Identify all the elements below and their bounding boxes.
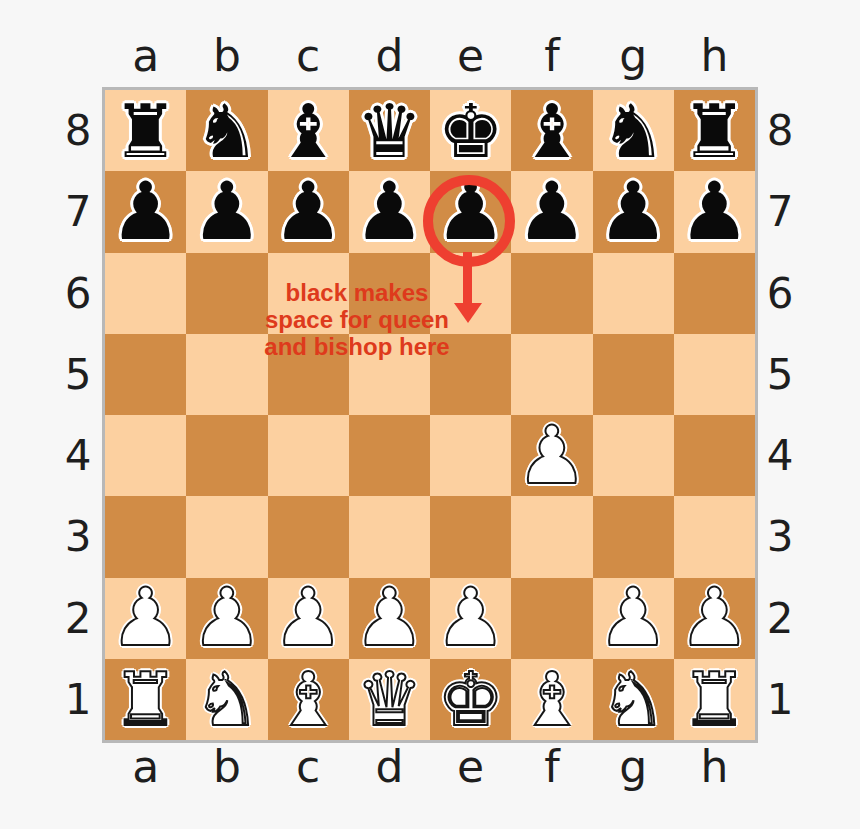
- piece-white-pawn: ♟: [191, 578, 263, 658]
- square-h1[interactable]: ♜: [674, 659, 755, 740]
- square-d7[interactable]: ♟: [349, 171, 430, 252]
- rank-label-1: 1: [65, 675, 92, 724]
- square-b4[interactable]: [186, 415, 267, 496]
- rank-label-6: 6: [767, 269, 794, 318]
- square-g4[interactable]: [593, 415, 674, 496]
- chess-diagram: abcdefgh 87654321 ♜♞♝♛♚♝♞♜♟♟♟♟♟♟♟♟♟♟♟♟♟♟…: [0, 0, 860, 829]
- square-f3[interactable]: [511, 496, 592, 577]
- square-b2[interactable]: ♟: [186, 578, 267, 659]
- file-label-g: g: [619, 741, 647, 792]
- square-g5[interactable]: [593, 334, 674, 415]
- file-label-b: b: [213, 30, 241, 81]
- file-label-h: h: [700, 741, 728, 792]
- rank-label-8: 8: [767, 106, 794, 155]
- chess-board-frame: ♜♞♝♛♚♝♞♜♟♟♟♟♟♟♟♟♟♟♟♟♟♟♟♟♜♞♝♛♚♝♞♜: [102, 87, 758, 743]
- square-d1[interactable]: ♛: [349, 659, 430, 740]
- square-g8[interactable]: ♞: [593, 90, 674, 171]
- chess-board: ♜♞♝♛♚♝♞♜♟♟♟♟♟♟♟♟♟♟♟♟♟♟♟♟♜♞♝♛♚♝♞♜: [105, 90, 755, 740]
- piece-white-knight: ♞: [600, 662, 666, 736]
- piece-black-rook: ♜: [681, 94, 747, 168]
- square-d4[interactable]: [349, 415, 430, 496]
- square-e2[interactable]: ♟: [430, 578, 511, 659]
- annotation-line-2: space for queen: [217, 306, 497, 333]
- square-f7[interactable]: ♟: [511, 171, 592, 252]
- file-labels-top: abcdefgh: [105, 30, 755, 80]
- square-h3[interactable]: [674, 496, 755, 577]
- square-c8[interactable]: ♝: [268, 90, 349, 171]
- square-e4[interactable]: [430, 415, 511, 496]
- piece-black-pawn: ♟: [679, 172, 751, 252]
- square-e1[interactable]: ♚: [430, 659, 511, 740]
- file-labels-bottom: abcdefgh: [105, 741, 755, 791]
- square-a7[interactable]: ♟: [105, 171, 186, 252]
- square-a1[interactable]: ♜: [105, 659, 186, 740]
- piece-white-pawn: ♟: [110, 578, 182, 658]
- piece-black-pawn: ♟: [597, 172, 669, 252]
- square-g7[interactable]: ♟: [593, 171, 674, 252]
- rank-labels-right: 87654321: [758, 90, 802, 740]
- piece-black-queen: ♛: [356, 94, 422, 168]
- piece-black-knight: ♞: [600, 94, 666, 168]
- piece-white-pawn: ♟: [597, 578, 669, 658]
- piece-black-pawn: ♟: [191, 172, 263, 252]
- square-d8[interactable]: ♛: [349, 90, 430, 171]
- square-a4[interactable]: [105, 415, 186, 496]
- file-label-d: d: [375, 741, 403, 792]
- file-label-e: e: [457, 741, 484, 792]
- piece-white-rook: ♜: [681, 662, 747, 736]
- piece-black-rook: ♜: [112, 94, 178, 168]
- square-e3[interactable]: [430, 496, 511, 577]
- square-g3[interactable]: [593, 496, 674, 577]
- rank-label-3: 3: [65, 512, 92, 561]
- square-h7[interactable]: ♟: [674, 171, 755, 252]
- rank-label-7: 7: [767, 187, 794, 236]
- square-c4[interactable]: [268, 415, 349, 496]
- square-c7[interactable]: ♟: [268, 171, 349, 252]
- square-b3[interactable]: [186, 496, 267, 577]
- square-c1[interactable]: ♝: [268, 659, 349, 740]
- square-h5[interactable]: [674, 334, 755, 415]
- rank-label-3: 3: [767, 512, 794, 561]
- square-g2[interactable]: ♟: [593, 578, 674, 659]
- square-c3[interactable]: [268, 496, 349, 577]
- file-label-b: b: [213, 741, 241, 792]
- annotation-line-1: black makes: [217, 279, 497, 306]
- square-b8[interactable]: ♞: [186, 90, 267, 171]
- file-label-d: d: [375, 30, 403, 81]
- piece-white-king: ♚: [437, 662, 503, 736]
- square-f5[interactable]: [511, 334, 592, 415]
- rank-label-4: 4: [767, 431, 794, 480]
- square-b1[interactable]: ♞: [186, 659, 267, 740]
- square-f6[interactable]: [511, 253, 592, 334]
- square-h4[interactable]: [674, 415, 755, 496]
- piece-white-queen: ♛: [356, 662, 422, 736]
- piece-white-bishop: ♝: [275, 662, 341, 736]
- file-label-f: f: [544, 741, 560, 792]
- square-a6[interactable]: [105, 253, 186, 334]
- piece-white-pawn: ♟: [435, 578, 507, 658]
- square-h2[interactable]: ♟: [674, 578, 755, 659]
- square-c2[interactable]: ♟: [268, 578, 349, 659]
- square-f4[interactable]: ♟: [511, 415, 592, 496]
- piece-black-king: ♚: [437, 94, 503, 168]
- square-a2[interactable]: ♟: [105, 578, 186, 659]
- piece-white-pawn: ♟: [679, 578, 751, 658]
- piece-white-pawn: ♟: [272, 578, 344, 658]
- square-g6[interactable]: [593, 253, 674, 334]
- rank-label-7: 7: [65, 187, 92, 236]
- rank-label-8: 8: [65, 106, 92, 155]
- square-a5[interactable]: [105, 334, 186, 415]
- piece-black-pawn: ♟: [516, 172, 588, 252]
- rank-label-2: 2: [65, 594, 92, 643]
- piece-black-pawn: ♟: [354, 172, 426, 252]
- rank-label-5: 5: [65, 350, 92, 399]
- rank-labels-left: 87654321: [56, 90, 100, 740]
- file-label-c: c: [296, 30, 320, 81]
- piece-white-bishop: ♝: [519, 662, 585, 736]
- piece-black-pawn: ♟: [110, 172, 182, 252]
- piece-black-pawn: ♟: [272, 172, 344, 252]
- square-f8[interactable]: ♝: [511, 90, 592, 171]
- square-b7[interactable]: ♟: [186, 171, 267, 252]
- piece-white-pawn: ♟: [516, 416, 588, 496]
- piece-white-pawn: ♟: [354, 578, 426, 658]
- annotation-line-3: and bishop here: [217, 333, 497, 360]
- rank-label-5: 5: [767, 350, 794, 399]
- square-h8[interactable]: ♜: [674, 90, 755, 171]
- file-label-h: h: [700, 30, 728, 81]
- square-a3[interactable]: [105, 496, 186, 577]
- square-g1[interactable]: ♞: [593, 659, 674, 740]
- piece-black-knight: ♞: [194, 94, 260, 168]
- rank-label-2: 2: [767, 594, 794, 643]
- file-label-g: g: [619, 30, 647, 81]
- file-label-c: c: [296, 741, 320, 792]
- rank-label-1: 1: [767, 675, 794, 724]
- rank-label-4: 4: [65, 431, 92, 480]
- rank-label-6: 6: [65, 269, 92, 318]
- square-a8[interactable]: ♜: [105, 90, 186, 171]
- file-label-a: a: [132, 741, 159, 792]
- piece-black-bishop: ♝: [275, 94, 341, 168]
- annotation-text: black makes space for queen and bishop h…: [217, 279, 497, 360]
- file-label-f: f: [544, 30, 560, 81]
- square-d3[interactable]: [349, 496, 430, 577]
- piece-black-bishop: ♝: [519, 94, 585, 168]
- square-d2[interactable]: ♟: [349, 578, 430, 659]
- file-label-a: a: [132, 30, 159, 81]
- file-label-e: e: [457, 30, 484, 81]
- piece-white-rook: ♜: [112, 662, 178, 736]
- square-e8[interactable]: ♚: [430, 90, 511, 171]
- square-h6[interactable]: [674, 253, 755, 334]
- square-f2[interactable]: [511, 578, 592, 659]
- piece-white-knight: ♞: [194, 662, 260, 736]
- square-f1[interactable]: ♝: [511, 659, 592, 740]
